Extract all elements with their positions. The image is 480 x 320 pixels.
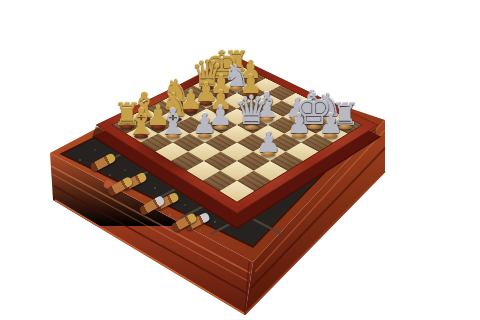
chess-set-photo: ♜♟♟♞♜♚♞♟♟♚♟♛♟♝♟♟♟♛♞♟♟♟♞♟♝♟♝♜♝ <box>0 0 480 320</box>
